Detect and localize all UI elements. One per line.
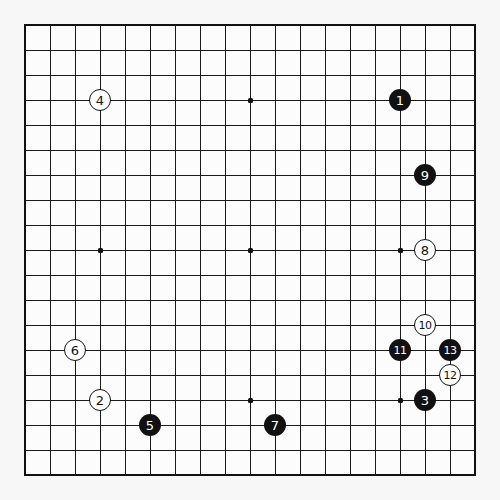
stone-8-white: 8: [414, 239, 436, 261]
stones-layer: 12345678910111213: [13, 13, 488, 488]
stone-2-white: 2: [89, 389, 111, 411]
stone-9-black: 9: [414, 164, 436, 186]
go-board-diagram: 12345678910111213: [0, 0, 500, 500]
stone-1-black: 1: [389, 89, 411, 111]
stone-3-black: 3: [414, 389, 436, 411]
stone-11-black: 11: [389, 339, 411, 361]
stone-12-white: 12: [439, 364, 461, 386]
stone-13-black: 13: [439, 339, 461, 361]
stone-7-black: 7: [264, 414, 286, 436]
stone-4-white: 4: [89, 89, 111, 111]
stone-6-white: 6: [64, 339, 86, 361]
stone-5-black: 5: [139, 414, 161, 436]
stone-10-white: 10: [414, 314, 436, 336]
